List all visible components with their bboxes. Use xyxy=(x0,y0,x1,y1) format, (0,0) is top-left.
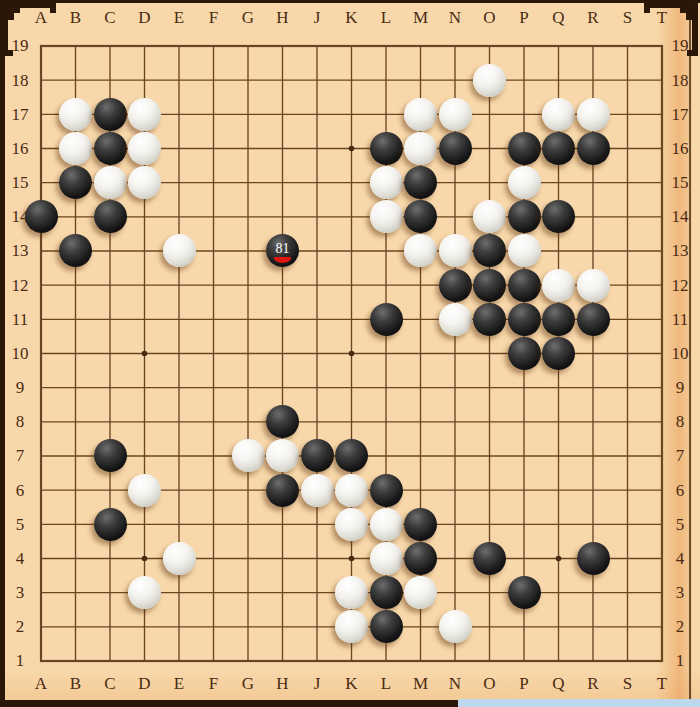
window-edge-right xyxy=(689,0,691,707)
stone-black-H8 xyxy=(266,405,299,438)
stone-white-L14 xyxy=(370,200,403,233)
stone-white-E4 xyxy=(163,542,196,575)
stone-black-A14 xyxy=(25,200,58,233)
stone-white-R12 xyxy=(577,269,610,302)
stone-black-L16 xyxy=(370,132,403,165)
column-label: G xyxy=(242,9,254,26)
stone-white-L15 xyxy=(370,166,403,199)
column-label: B xyxy=(70,9,81,26)
stone-white-D6 xyxy=(128,474,161,507)
stone-black-K7 xyxy=(335,439,368,472)
stone-white-K5 xyxy=(335,508,368,541)
column-label: D xyxy=(138,9,150,26)
column-label: J xyxy=(314,9,321,26)
stone-black-L11 xyxy=(370,303,403,336)
stone-black-R16 xyxy=(577,132,610,165)
stone-black-P14 xyxy=(508,200,541,233)
stone-black-L3 xyxy=(370,576,403,609)
stone-white-O14 xyxy=(473,200,506,233)
column-label: C xyxy=(104,9,115,26)
stone-white-N17 xyxy=(439,98,472,131)
stone-white-M16 xyxy=(404,132,437,165)
stone-black-P3 xyxy=(508,576,541,609)
stone-black-R11 xyxy=(577,303,610,336)
stone-white-D16 xyxy=(128,132,161,165)
stone-black-Q11 xyxy=(542,303,575,336)
column-label: F xyxy=(209,9,218,26)
stone-white-K3 xyxy=(335,576,368,609)
stone-white-K6 xyxy=(335,474,368,507)
column-label: L xyxy=(381,9,391,26)
stone-white-N11 xyxy=(439,303,472,336)
stone-white-R17 xyxy=(577,98,610,131)
column-labels-top: ABCDEFGHJKLMNOPQRST xyxy=(24,6,680,28)
stone-white-M13 xyxy=(404,234,437,267)
stone-black-L2 xyxy=(370,610,403,643)
window-edge-bottom-blue-strip xyxy=(458,699,700,707)
column-label: P xyxy=(519,9,528,26)
stone-black-Q10 xyxy=(542,337,575,370)
stone-black-R4 xyxy=(577,542,610,575)
stone-black-O13 xyxy=(473,234,506,267)
stone-white-Q17 xyxy=(542,98,575,131)
stone-last-move-H13: 81 xyxy=(266,234,299,267)
stone-black-O12 xyxy=(473,269,506,302)
stone-white-L5 xyxy=(370,508,403,541)
stone-white-N2 xyxy=(439,610,472,643)
stone-white-B17 xyxy=(59,98,92,131)
stone-white-N13 xyxy=(439,234,472,267)
column-label: E xyxy=(174,9,184,26)
stone-black-C16 xyxy=(94,132,127,165)
go-board-screen: ABCDEFGHJKLMNOPQRST ABCDEFGHJKLMNOPQRST … xyxy=(0,0,700,707)
stone-black-P12 xyxy=(508,269,541,302)
stone-black-C14 xyxy=(94,200,127,233)
stone-white-G7 xyxy=(232,439,265,472)
stone-black-Q16 xyxy=(542,132,575,165)
column-label: S xyxy=(623,9,632,26)
column-label: N xyxy=(449,9,461,26)
stone-white-D3 xyxy=(128,576,161,609)
stone-white-D15 xyxy=(128,166,161,199)
stone-black-C17 xyxy=(94,98,127,131)
window-edge-left xyxy=(0,0,5,707)
last-move-number: 81 xyxy=(276,242,290,256)
stone-white-J6 xyxy=(301,474,334,507)
stone-white-P15 xyxy=(508,166,541,199)
board-grid[interactable]: 81 xyxy=(24,29,680,678)
stone-white-C15 xyxy=(94,166,127,199)
stone-black-J7 xyxy=(301,439,334,472)
stone-black-H6 xyxy=(266,474,299,507)
stone-black-C5 xyxy=(94,508,127,541)
column-label: H xyxy=(276,9,288,26)
stone-black-B15 xyxy=(59,166,92,199)
stone-white-D17 xyxy=(128,98,161,131)
corner-ornament-top-right xyxy=(642,0,700,58)
stone-white-B16 xyxy=(59,132,92,165)
stone-white-M3 xyxy=(404,576,437,609)
column-label: Q xyxy=(552,9,564,26)
stone-black-M4 xyxy=(404,542,437,575)
window-edge-top xyxy=(0,0,700,3)
stone-black-B13 xyxy=(59,234,92,267)
stone-black-P11 xyxy=(508,303,541,336)
stone-black-N12 xyxy=(439,269,472,302)
stone-black-M5 xyxy=(404,508,437,541)
stone-black-N16 xyxy=(439,132,472,165)
column-label: O xyxy=(483,9,495,26)
corner-ornament-top-left xyxy=(0,0,58,58)
stone-white-Q12 xyxy=(542,269,575,302)
stone-black-P10 xyxy=(508,337,541,370)
stone-black-O11 xyxy=(473,303,506,336)
stone-black-M15 xyxy=(404,166,437,199)
stone-black-M14 xyxy=(404,200,437,233)
stone-white-H7 xyxy=(266,439,299,472)
column-label: R xyxy=(587,9,598,26)
stone-white-O18 xyxy=(473,64,506,97)
column-label: K xyxy=(345,9,357,26)
stone-black-O4 xyxy=(473,542,506,575)
stone-black-Q14 xyxy=(542,200,575,233)
stone-black-C7 xyxy=(94,439,127,472)
stone-white-K2 xyxy=(335,610,368,643)
column-label: M xyxy=(413,9,428,26)
stone-black-L6 xyxy=(370,474,403,507)
stone-white-P13 xyxy=(508,234,541,267)
stone-white-E13 xyxy=(163,234,196,267)
stone-white-L4 xyxy=(370,542,403,575)
stone-white-M17 xyxy=(404,98,437,131)
stone-black-P16 xyxy=(508,132,541,165)
last-move-marker xyxy=(274,257,291,263)
